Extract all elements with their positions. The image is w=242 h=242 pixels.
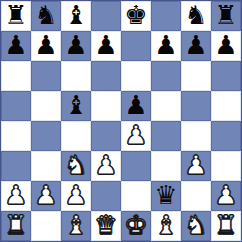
square-g5[interactable]: [181, 91, 211, 121]
piece-black-rook[interactable]: ♜: [4, 2, 27, 28]
piece-black-pawn[interactable]: ♟: [4, 32, 27, 58]
square-c2[interactable]: ♟: [61, 181, 91, 211]
piece-white-rook[interactable]: ♜: [214, 212, 237, 238]
square-d5[interactable]: [91, 91, 121, 121]
piece-black-pawn[interactable]: ♟: [94, 32, 117, 58]
piece-black-rook[interactable]: ♜: [214, 2, 237, 28]
square-g8[interactable]: ♞: [181, 1, 211, 31]
square-e5[interactable]: ♟: [121, 91, 151, 121]
piece-white-pawn[interactable]: ♟: [214, 182, 237, 208]
square-e1[interactable]: ♚: [121, 211, 151, 241]
piece-black-pawn[interactable]: ♟: [34, 32, 57, 58]
piece-black-pawn[interactable]: ♟: [154, 32, 177, 58]
square-h8[interactable]: ♜: [211, 1, 241, 31]
square-e4[interactable]: ♟: [121, 121, 151, 151]
square-b8[interactable]: ♞: [31, 1, 61, 31]
piece-white-queen[interactable]: ♛: [94, 212, 117, 238]
square-b4[interactable]: [31, 121, 61, 151]
square-h3[interactable]: [211, 151, 241, 181]
square-f1[interactable]: ♝: [151, 211, 181, 241]
square-f3[interactable]: [151, 151, 181, 181]
square-g6[interactable]: [181, 61, 211, 91]
square-e8[interactable]: ♚: [121, 1, 151, 31]
square-d3[interactable]: ♟: [91, 151, 121, 181]
square-d2[interactable]: [91, 181, 121, 211]
square-c8[interactable]: ♝: [61, 1, 91, 31]
square-a6[interactable]: [1, 61, 31, 91]
piece-white-knight[interactable]: ♞: [64, 152, 87, 178]
piece-white-pawn[interactable]: ♟: [94, 152, 117, 178]
piece-white-pawn[interactable]: ♟: [4, 182, 27, 208]
square-c4[interactable]: [61, 121, 91, 151]
square-d4[interactable]: [91, 121, 121, 151]
square-a5[interactable]: [1, 91, 31, 121]
square-b5[interactable]: [31, 91, 61, 121]
piece-black-bishop[interactable]: ♝: [64, 92, 87, 118]
square-a3[interactable]: [1, 151, 31, 181]
square-b1[interactable]: [31, 211, 61, 241]
square-f8[interactable]: [151, 1, 181, 31]
piece-white-pawn[interactable]: ♟: [64, 182, 87, 208]
square-b3[interactable]: [31, 151, 61, 181]
square-h1[interactable]: ♜: [211, 211, 241, 241]
square-f6[interactable]: [151, 61, 181, 91]
piece-black-pawn[interactable]: ♟: [64, 32, 87, 58]
piece-black-pawn[interactable]: ♟: [214, 32, 237, 58]
piece-black-knight[interactable]: ♞: [34, 2, 57, 28]
square-c7[interactable]: ♟: [61, 31, 91, 61]
piece-white-pawn[interactable]: ♟: [34, 182, 57, 208]
square-b7[interactable]: ♟: [31, 31, 61, 61]
square-g2[interactable]: [181, 181, 211, 211]
square-b2[interactable]: ♟: [31, 181, 61, 211]
square-g1[interactable]: ♞: [181, 211, 211, 241]
square-c3[interactable]: ♞: [61, 151, 91, 181]
piece-black-knight[interactable]: ♞: [184, 2, 207, 28]
piece-black-pawn[interactable]: ♟: [124, 92, 147, 118]
piece-white-pawn[interactable]: ♟: [124, 122, 147, 148]
square-d1[interactable]: ♛: [91, 211, 121, 241]
piece-white-pawn[interactable]: ♟: [184, 152, 207, 178]
piece-white-bishop[interactable]: ♝: [154, 212, 177, 238]
square-h5[interactable]: [211, 91, 241, 121]
square-c6[interactable]: [61, 61, 91, 91]
square-h2[interactable]: ♟: [211, 181, 241, 211]
square-a2[interactable]: ♟: [1, 181, 31, 211]
square-a8[interactable]: ♜: [1, 1, 31, 31]
chess-board: ♜♞♝♚♞♜♟♟♟♟♟♟♟♝♟♟♞♟♟♟♟♟♛♟♜♝♛♚♝♞♜: [0, 0, 242, 242]
square-g7[interactable]: ♟: [181, 31, 211, 61]
square-d7[interactable]: ♟: [91, 31, 121, 61]
square-c5[interactable]: ♝: [61, 91, 91, 121]
chess-board-container: ♜♞♝♚♞♜♟♟♟♟♟♟♟♝♟♟♞♟♟♟♟♟♛♟♜♝♛♚♝♞♜: [0, 0, 242, 242]
piece-black-bishop[interactable]: ♝: [64, 2, 87, 28]
square-e6[interactable]: [121, 61, 151, 91]
square-h7[interactable]: ♟: [211, 31, 241, 61]
square-h6[interactable]: [211, 61, 241, 91]
square-e3[interactable]: [121, 151, 151, 181]
square-e2[interactable]: [121, 181, 151, 211]
square-g4[interactable]: [181, 121, 211, 151]
piece-white-rook[interactable]: ♜: [4, 212, 27, 238]
square-f2[interactable]: ♛: [151, 181, 181, 211]
square-a4[interactable]: [1, 121, 31, 151]
square-h4[interactable]: [211, 121, 241, 151]
square-d8[interactable]: [91, 1, 121, 31]
piece-white-king[interactable]: ♚: [124, 212, 147, 238]
square-d6[interactable]: [91, 61, 121, 91]
piece-black-king[interactable]: ♚: [124, 2, 147, 28]
square-c1[interactable]: ♝: [61, 211, 91, 241]
square-b6[interactable]: [31, 61, 61, 91]
square-a7[interactable]: ♟: [1, 31, 31, 61]
piece-black-queen[interactable]: ♛: [154, 182, 177, 208]
piece-black-pawn[interactable]: ♟: [184, 32, 207, 58]
piece-white-knight[interactable]: ♞: [184, 212, 207, 238]
square-g3[interactable]: ♟: [181, 151, 211, 181]
square-f5[interactable]: [151, 91, 181, 121]
square-f4[interactable]: [151, 121, 181, 151]
square-e7[interactable]: [121, 31, 151, 61]
square-f7[interactable]: ♟: [151, 31, 181, 61]
piece-white-bishop[interactable]: ♝: [64, 212, 87, 238]
square-a1[interactable]: ♜: [1, 211, 31, 241]
